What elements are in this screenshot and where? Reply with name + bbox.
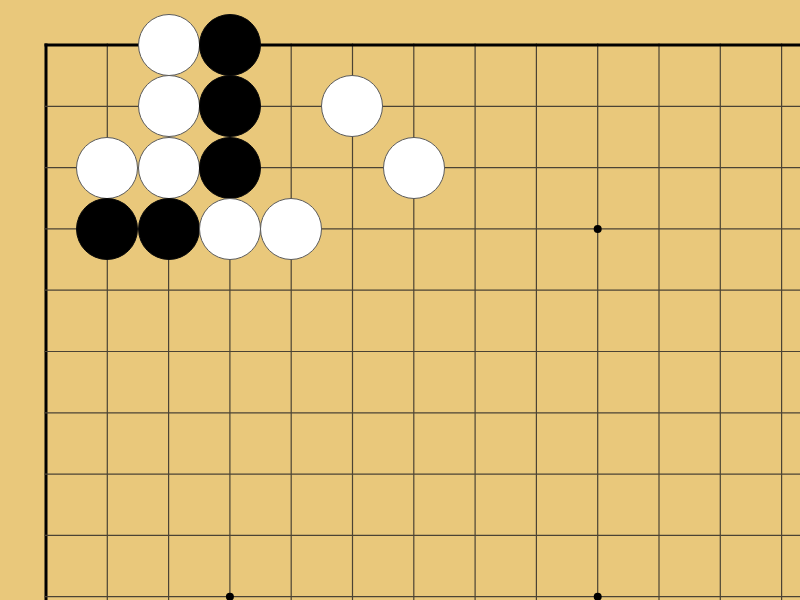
intersection[interactable] <box>383 76 444 137</box>
intersection[interactable] <box>77 321 138 382</box>
intersection[interactable] <box>567 505 628 566</box>
intersection[interactable] <box>383 137 444 198</box>
white-stone <box>321 75 383 137</box>
intersection[interactable] <box>628 137 689 198</box>
intersection[interactable] <box>506 260 567 321</box>
intersection[interactable] <box>567 382 628 443</box>
intersection[interactable] <box>261 76 322 137</box>
intersection[interactable] <box>751 443 800 504</box>
intersection[interactable] <box>628 76 689 137</box>
intersection[interactable] <box>444 198 505 259</box>
intersection[interactable] <box>506 14 567 75</box>
intersection[interactable] <box>690 382 751 443</box>
intersection[interactable] <box>567 260 628 321</box>
white-stone <box>199 198 261 260</box>
black-stone <box>199 14 261 76</box>
intersection[interactable] <box>567 566 628 600</box>
intersection[interactable] <box>15 382 76 443</box>
intersection[interactable] <box>444 566 505 600</box>
intersection[interactable] <box>138 198 199 259</box>
intersection[interactable] <box>77 505 138 566</box>
intersection[interactable] <box>261 382 322 443</box>
intersection[interactable] <box>690 443 751 504</box>
intersection[interactable] <box>15 505 76 566</box>
intersection[interactable] <box>199 137 260 198</box>
intersection[interactable] <box>567 443 628 504</box>
intersection[interactable] <box>322 198 383 259</box>
intersection[interactable] <box>751 321 800 382</box>
intersection[interactable] <box>506 505 567 566</box>
intersection[interactable] <box>383 14 444 75</box>
intersection[interactable] <box>444 260 505 321</box>
intersection[interactable] <box>628 321 689 382</box>
intersection[interactable] <box>506 566 567 600</box>
intersection[interactable] <box>444 443 505 504</box>
intersection[interactable] <box>751 198 800 259</box>
intersection[interactable] <box>383 566 444 600</box>
intersection[interactable] <box>138 382 199 443</box>
intersection[interactable] <box>15 198 76 259</box>
intersection[interactable] <box>628 443 689 504</box>
intersection[interactable] <box>322 137 383 198</box>
intersection[interactable] <box>322 321 383 382</box>
intersection[interactable] <box>199 566 260 600</box>
intersection[interactable] <box>690 260 751 321</box>
intersection[interactable] <box>15 443 76 504</box>
intersection[interactable] <box>322 260 383 321</box>
intersection[interactable] <box>261 443 322 504</box>
intersection[interactable] <box>199 382 260 443</box>
intersection[interactable] <box>567 198 628 259</box>
intersection[interactable] <box>199 76 260 137</box>
white-stone <box>76 137 138 199</box>
intersection[interactable] <box>506 382 567 443</box>
intersection[interactable] <box>506 443 567 504</box>
intersection[interactable] <box>506 137 567 198</box>
intersection[interactable] <box>77 382 138 443</box>
black-stone <box>138 198 200 260</box>
intersection[interactable] <box>261 198 322 259</box>
intersection[interactable] <box>628 260 689 321</box>
go-board <box>0 0 800 600</box>
intersection[interactable] <box>628 382 689 443</box>
intersection[interactable] <box>261 14 322 75</box>
intersection[interactable] <box>690 198 751 259</box>
intersection[interactable] <box>444 505 505 566</box>
white-stone <box>138 14 200 76</box>
intersection[interactable] <box>690 76 751 137</box>
intersection[interactable] <box>383 260 444 321</box>
intersection[interactable] <box>15 137 76 198</box>
intersection[interactable] <box>199 14 260 75</box>
intersection[interactable] <box>261 321 322 382</box>
intersection[interactable] <box>690 14 751 75</box>
black-stone <box>199 75 261 137</box>
intersection[interactable] <box>138 76 199 137</box>
intersection[interactable] <box>322 382 383 443</box>
black-stone <box>199 137 261 199</box>
intersection[interactable] <box>751 382 800 443</box>
intersection[interactable] <box>261 137 322 198</box>
intersection[interactable] <box>444 382 505 443</box>
intersection[interactable] <box>690 505 751 566</box>
intersection[interactable] <box>567 137 628 198</box>
intersection[interactable] <box>322 505 383 566</box>
intersection[interactable] <box>444 76 505 137</box>
intersection[interactable] <box>261 505 322 566</box>
intersection[interactable] <box>567 14 628 75</box>
intersection[interactable] <box>690 566 751 600</box>
black-stone <box>76 198 138 260</box>
white-stone <box>260 198 322 260</box>
intersection[interactable] <box>751 76 800 137</box>
white-stone <box>138 75 200 137</box>
intersection[interactable] <box>567 76 628 137</box>
intersection[interactable] <box>751 505 800 566</box>
intersection[interactable] <box>138 137 199 198</box>
intersection[interactable] <box>383 443 444 504</box>
intersection[interactable] <box>751 14 800 75</box>
intersection[interactable] <box>444 321 505 382</box>
intersection[interactable] <box>138 14 199 75</box>
intersection[interactable] <box>15 260 76 321</box>
intersection[interactable] <box>506 321 567 382</box>
intersection[interactable] <box>506 76 567 137</box>
intersection[interactable] <box>77 198 138 259</box>
intersection[interactable] <box>261 566 322 600</box>
intersection[interactable] <box>199 443 260 504</box>
intersection[interactable] <box>138 566 199 600</box>
intersection[interactable] <box>628 198 689 259</box>
intersection[interactable] <box>444 14 505 75</box>
intersection[interactable] <box>751 137 800 198</box>
intersection[interactable] <box>751 260 800 321</box>
intersection[interactable] <box>383 505 444 566</box>
intersection[interactable] <box>138 505 199 566</box>
intersection[interactable] <box>322 566 383 600</box>
white-stone <box>383 137 445 199</box>
intersection[interactable] <box>199 198 260 259</box>
intersection[interactable] <box>690 137 751 198</box>
intersection[interactable] <box>751 566 800 600</box>
intersection[interactable] <box>138 321 199 382</box>
intersection[interactable] <box>77 137 138 198</box>
intersection[interactable] <box>199 321 260 382</box>
intersection[interactable] <box>567 321 628 382</box>
intersection[interactable] <box>15 14 76 75</box>
intersection[interactable] <box>383 382 444 443</box>
intersection[interactable] <box>138 260 199 321</box>
intersection[interactable] <box>383 321 444 382</box>
intersection[interactable] <box>690 321 751 382</box>
intersection[interactable] <box>322 443 383 504</box>
intersection[interactable] <box>15 321 76 382</box>
intersection[interactable] <box>77 14 138 75</box>
intersection[interactable] <box>383 198 444 259</box>
intersection[interactable] <box>261 260 322 321</box>
intersection[interactable] <box>199 505 260 566</box>
intersection[interactable] <box>77 443 138 504</box>
board-grid <box>15 14 800 600</box>
intersection[interactable] <box>199 260 260 321</box>
intersection[interactable] <box>138 443 199 504</box>
intersection[interactable] <box>15 566 76 600</box>
intersection[interactable] <box>77 566 138 600</box>
intersection[interactable] <box>628 14 689 75</box>
white-stone <box>138 137 200 199</box>
intersection[interactable] <box>444 137 505 198</box>
intersection[interactable] <box>322 76 383 137</box>
intersection[interactable] <box>77 76 138 137</box>
intersection[interactable] <box>628 505 689 566</box>
intersection[interactable] <box>506 198 567 259</box>
intersection[interactable] <box>322 14 383 75</box>
intersection[interactable] <box>77 260 138 321</box>
intersection[interactable] <box>628 566 689 600</box>
intersection[interactable] <box>15 76 76 137</box>
